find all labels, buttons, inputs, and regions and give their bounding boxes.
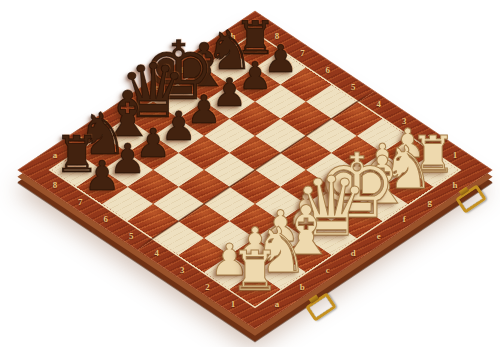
chess-board: 88hh77gg66ff55ee44dd33cc22bb11aa [17,11,492,329]
file-label: c [322,264,334,276]
file-label: g [424,196,436,208]
file-label: f [398,213,410,225]
rank-label: 3 [176,264,188,276]
rank-label: 5 [347,81,359,93]
rank-label: 2 [424,132,436,144]
file-label: e [373,230,385,242]
rank-label: 4 [151,247,163,259]
file-label: d [125,98,137,110]
file-label: b [296,281,308,293]
rank-label: 6 [322,64,334,76]
file-label: c [100,115,112,127]
rank-label: 5 [125,230,137,242]
rank-label: 8 [49,179,61,191]
file-label: a [49,149,61,161]
file-label: h [227,30,239,42]
rank-label: 2 [202,281,214,293]
file-label: b [74,132,86,144]
rank-label: 7 [74,196,86,208]
rank-label: 4 [373,98,385,110]
file-label: a [271,298,283,310]
file-label: d [347,247,359,259]
file-label: e [151,81,163,93]
brass-clasp-lower [305,292,337,321]
rank-label: 3 [398,115,410,127]
file-label: g [202,47,214,59]
file-label: h [449,179,461,191]
rank-label: 6 [100,213,112,225]
file-label: f [176,64,188,76]
rank-label: 1 [227,298,239,310]
rank-label: 7 [296,47,308,59]
rank-label: 1 [449,149,461,161]
rank-label: 8 [271,30,283,42]
chess-set-photo: 88hh77gg66ff55ee44dd33cc22bb11aa ♜♞♝♛♚♝♞… [0,0,500,347]
